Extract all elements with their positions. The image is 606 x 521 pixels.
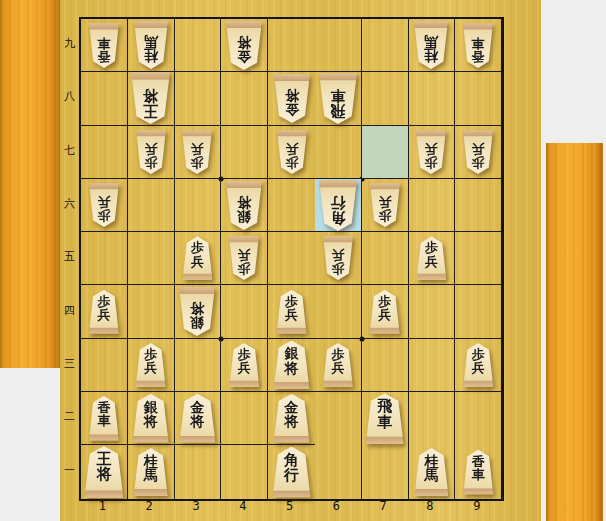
board-square-9七[interactable]: 歩兵 (455, 126, 502, 179)
piece-kanji: 兵 (97, 196, 110, 209)
piece-kanji: 歩 (97, 209, 110, 222)
file-label-7: 7 (360, 499, 407, 513)
board-square-3二[interactable]: 金将 (175, 392, 222, 445)
board-square-3七[interactable]: 歩兵 (175, 126, 222, 179)
shogi-piece-桂馬-8一[interactable]: 桂馬 (414, 448, 448, 496)
piece-kanji: 将 (143, 88, 158, 103)
board-square-4五[interactable]: 歩兵 (221, 232, 268, 285)
board-square-8六[interactable] (409, 179, 456, 232)
file-label-9: 9 (453, 499, 500, 513)
shogi-piece-飛車-6八[interactable]: 飛車 (319, 73, 357, 124)
piece-kanji: 将 (190, 302, 204, 316)
piece-kanji: 歩 (472, 348, 485, 361)
piece-kanji: 桂 (424, 454, 438, 468)
piece-kanji: 馬 (144, 35, 158, 49)
board-square-1六[interactable]: 歩兵 (81, 179, 128, 232)
piece-kanji: 車 (97, 414, 110, 427)
board-square-6一[interactable] (315, 445, 362, 498)
board-square-1四[interactable]: 歩兵 (81, 285, 128, 338)
piece-kanji: 王 (143, 103, 158, 118)
piece-kanji: 歩 (472, 155, 485, 168)
rank-label-一: 一 (61, 443, 78, 496)
board-square-8九[interactable]: 桂馬 (409, 19, 456, 72)
shogi-piece-歩兵-1六[interactable]: 歩兵 (89, 183, 119, 227)
shogi-piece-角行-5一[interactable]: 角行 (273, 447, 311, 498)
piece-kanji: 兵 (472, 142, 485, 155)
shogi-piece-歩兵-2七[interactable]: 歩兵 (136, 130, 166, 174)
rank-label-四: 四 (61, 283, 78, 336)
piece-kanji: 歩 (144, 155, 157, 168)
board-square-4六[interactable]: 銀将 (221, 179, 268, 232)
rank-label-八: 八 (61, 70, 78, 123)
board-square-1一[interactable]: 王将 (81, 445, 128, 498)
shogi-piece-香車-1九[interactable]: 香車 (89, 23, 119, 68)
file-label-4: 4 (219, 499, 266, 513)
board-square-1二[interactable]: 香車 (81, 392, 128, 445)
board-square-5九[interactable] (268, 19, 315, 72)
shogi-piece-桂馬-2九[interactable]: 桂馬 (134, 21, 168, 69)
board-square-4三[interactable]: 歩兵 (221, 339, 268, 392)
shogi-piece-桂馬-2一[interactable]: 桂馬 (134, 448, 168, 496)
shogi-app-window: 九八七六五四三二一 香車桂馬金将桂馬香車王将金将飛車歩兵歩兵歩兵歩兵歩兵歩兵銀将… (0, 0, 606, 521)
board-square-8五[interactable]: 歩兵 (409, 232, 456, 285)
board-square-9一[interactable]: 香車 (455, 445, 502, 498)
rank-label-七: 七 (61, 124, 78, 177)
board-square-8八[interactable] (409, 72, 456, 125)
piece-kanji: 歩 (378, 295, 391, 308)
piece-kanji: 歩 (331, 348, 344, 361)
board-square-4九[interactable]: 金将 (221, 19, 268, 72)
file-label-2: 2 (126, 499, 173, 513)
piece-kanji: 馬 (424, 468, 438, 482)
shogi-piece-香車-1二[interactable]: 香車 (89, 396, 119, 441)
shogi-piece-王将-2八[interactable]: 王将 (131, 72, 170, 124)
board-square-5八[interactable]: 金将 (268, 72, 315, 125)
board-square-2八[interactable]: 王将 (128, 72, 175, 125)
piece-kanji: 車 (472, 36, 485, 49)
board-square-6七[interactable] (315, 126, 362, 179)
rank-label-三: 三 (61, 337, 78, 390)
piece-kanji: 金 (237, 49, 251, 63)
board-square-4一[interactable] (221, 445, 268, 498)
piece-kanji: 兵 (425, 255, 438, 268)
board-square-7八[interactable] (362, 72, 409, 125)
rank-label-五: 五 (61, 230, 78, 283)
piece-kanji: 兵 (378, 196, 391, 209)
board-square-5七[interactable]: 歩兵 (268, 126, 315, 179)
board-square-6六[interactable]: 角行 (315, 179, 362, 232)
piece-kanji: 兵 (378, 308, 391, 321)
board-square-2一[interactable]: 桂馬 (128, 445, 175, 498)
board-square-8七[interactable]: 歩兵 (409, 126, 456, 179)
board-square-1八[interactable] (81, 72, 128, 125)
board-square-7四[interactable]: 歩兵 (362, 285, 409, 338)
piece-kanji: 将 (237, 195, 251, 209)
board-square-5五[interactable] (268, 232, 315, 285)
piece-kanji: 金 (190, 400, 204, 414)
file-label-6: 6 (313, 499, 360, 513)
board-square-8三[interactable] (409, 339, 456, 392)
shogi-piece-歩兵-9三[interactable]: 歩兵 (463, 343, 493, 387)
shogi-piece-歩兵-4五[interactable]: 歩兵 (229, 236, 259, 280)
piece-kanji: 歩 (238, 348, 251, 361)
board-square-9六[interactable] (455, 179, 502, 232)
shogi-piece-歩兵-3七[interactable]: 歩兵 (182, 130, 212, 174)
piece-kanji: 銀 (285, 346, 299, 360)
board-square-5三[interactable]: 銀将 (268, 339, 315, 392)
file-label-3: 3 (173, 499, 220, 513)
shogi-piece-王将-1一[interactable]: 王将 (84, 446, 123, 498)
piece-kanji: 香 (97, 401, 110, 414)
board-square-9二[interactable] (455, 392, 502, 445)
shogi-piece-歩兵-5七[interactable]: 歩兵 (277, 130, 307, 174)
board-square-3一[interactable] (175, 445, 222, 498)
board-square-3五[interactable]: 歩兵 (175, 232, 222, 285)
rank-label-九: 九 (61, 17, 78, 70)
piece-kanji: 兵 (191, 255, 204, 268)
board-square-7一[interactable] (362, 445, 409, 498)
shogi-piece-金将-5八[interactable]: 金将 (274, 74, 310, 123)
board-square-4二[interactable] (221, 392, 268, 445)
board-square-7六[interactable]: 歩兵 (362, 179, 409, 232)
piece-kanji: 兵 (425, 142, 438, 155)
piece-kanji: 桂 (424, 49, 438, 63)
shogi-piece-香車-9九[interactable]: 香車 (463, 23, 493, 68)
captured-pieces-tray-top-player (0, 0, 60, 368)
file-label-1: 1 (79, 499, 126, 513)
file-labels: 123456789 (79, 499, 500, 513)
piece-kanji: 将 (285, 361, 299, 375)
shogi-piece-銀将-5三[interactable]: 銀将 (274, 340, 310, 389)
piece-kanji: 香 (97, 49, 110, 62)
piece-kanji: 歩 (425, 155, 438, 168)
board-square-3八[interactable] (175, 72, 222, 125)
shogi-piece-角行-6六[interactable]: 角行 (319, 180, 357, 231)
board-square-2四[interactable] (128, 285, 175, 338)
rank-label-二: 二 (61, 390, 78, 443)
board-square-7二[interactable]: 飛車 (362, 392, 409, 445)
board-square-3六[interactable] (175, 179, 222, 232)
piece-kanji: 桂 (144, 49, 158, 63)
board-square-4八[interactable] (221, 72, 268, 125)
shogi-piece-金将-4九[interactable]: 金将 (226, 21, 262, 70)
piece-kanji: 将 (190, 414, 204, 428)
board-square-1三[interactable] (81, 339, 128, 392)
shogi-piece-銀将-4六[interactable]: 銀将 (226, 181, 262, 230)
shogi-piece-歩兵-5四[interactable]: 歩兵 (277, 290, 307, 334)
shogi-piece-飛車-7二[interactable]: 飛車 (366, 393, 404, 444)
shogi-board-grid: 香車桂馬金将桂馬香車王将金将飛車歩兵歩兵歩兵歩兵歩兵歩兵銀将角行歩兵歩兵歩兵歩兵… (79, 17, 504, 501)
board-square-7五[interactable] (362, 232, 409, 285)
file-label-8: 8 (407, 499, 454, 513)
piece-kanji: 兵 (144, 142, 157, 155)
shogi-piece-香車-9一[interactable]: 香車 (463, 450, 493, 495)
piece-kanji: 将 (285, 88, 299, 102)
shogi-piece-金将-5二[interactable]: 金将 (274, 394, 310, 443)
board-square-6九[interactable] (315, 19, 362, 72)
file-label-5: 5 (266, 499, 313, 513)
board-square-1七[interactable] (81, 126, 128, 179)
piece-kanji: 車 (97, 36, 110, 49)
board-square-5四[interactable]: 歩兵 (268, 285, 315, 338)
piece-kanji: 香 (472, 455, 485, 468)
piece-kanji: 兵 (238, 249, 251, 262)
shogi-piece-歩兵-9七[interactable]: 歩兵 (463, 130, 493, 174)
piece-kanji: 歩 (378, 209, 391, 222)
board-square-8二[interactable] (409, 392, 456, 445)
board-square-9四[interactable] (455, 285, 502, 338)
piece-kanji: 金 (285, 400, 299, 414)
board-square-6二[interactable] (315, 392, 362, 445)
shogi-piece-歩兵-7四[interactable]: 歩兵 (370, 290, 400, 334)
piece-kanji: 飛 (330, 103, 345, 118)
board-square-5二[interactable]: 金将 (268, 392, 315, 445)
piece-kanji: 兵 (97, 308, 110, 321)
piece-kanji: 兵 (238, 361, 251, 374)
shogi-piece-銀将-2二[interactable]: 銀将 (133, 394, 169, 443)
piece-kanji: 車 (377, 415, 392, 430)
piece-kanji: 将 (237, 35, 251, 49)
piece-kanji: 兵 (285, 142, 298, 155)
piece-kanji: 歩 (285, 295, 298, 308)
shogi-piece-銀将-3四[interactable]: 銀将 (179, 287, 215, 336)
piece-kanji: 兵 (472, 361, 485, 374)
piece-kanji: 桂 (144, 454, 158, 468)
board-square-4四[interactable] (221, 285, 268, 338)
board-square-2七[interactable]: 歩兵 (128, 126, 175, 179)
shogi-piece-歩兵-6三[interactable]: 歩兵 (323, 343, 353, 387)
board-square-9五[interactable] (455, 232, 502, 285)
board-square-9三[interactable]: 歩兵 (455, 339, 502, 392)
shogi-piece-歩兵-3五[interactable]: 歩兵 (182, 236, 212, 280)
piece-kanji: 車 (472, 468, 485, 481)
board-square-9九[interactable]: 香車 (455, 19, 502, 72)
piece-kanji: 兵 (331, 361, 344, 374)
piece-kanji: 歩 (97, 295, 110, 308)
piece-kanji: 歩 (191, 155, 204, 168)
board-square-2五[interactable] (128, 232, 175, 285)
shogi-piece-歩兵-8五[interactable]: 歩兵 (416, 236, 446, 280)
piece-kanji: 将 (144, 414, 158, 428)
piece-kanji: 馬 (424, 35, 438, 49)
shogi-piece-桂馬-8九[interactable]: 桂馬 (414, 21, 448, 69)
shogi-piece-歩兵-1四[interactable]: 歩兵 (89, 290, 119, 334)
piece-kanji: 兵 (144, 361, 157, 374)
board-square-6五[interactable]: 歩兵 (315, 232, 362, 285)
shogi-piece-歩兵-4三[interactable]: 歩兵 (229, 343, 259, 387)
piece-kanji: 歩 (238, 262, 251, 275)
board-square-3三[interactable] (175, 339, 222, 392)
shogi-piece-歩兵-7六[interactable]: 歩兵 (370, 183, 400, 227)
piece-kanji: 銀 (144, 400, 158, 414)
board-square-7七[interactable] (362, 126, 409, 179)
piece-kanji: 将 (285, 414, 299, 428)
board-square-4七[interactable] (221, 126, 268, 179)
piece-kanji: 金 (285, 103, 299, 117)
piece-kanji: 馬 (144, 468, 158, 482)
board-square-8四[interactable] (409, 285, 456, 338)
rank-labels: 九八七六五四三二一 (61, 17, 78, 497)
piece-kanji: 兵 (191, 142, 204, 155)
piece-kanji: 行 (284, 468, 299, 483)
board-square-1五[interactable] (81, 232, 128, 285)
rank-label-六: 六 (61, 177, 78, 230)
board-square-7三[interactable] (362, 339, 409, 392)
board-square-2六[interactable] (128, 179, 175, 232)
board-square-3四[interactable]: 銀将 (175, 285, 222, 338)
piece-kanji: 香 (472, 49, 485, 62)
piece-kanji: 車 (330, 87, 345, 102)
captured-pieces-tray-bottom-player (546, 143, 603, 521)
piece-kanji: 将 (96, 467, 111, 482)
board-square-9八[interactable] (455, 72, 502, 125)
board-square-6四[interactable] (315, 285, 362, 338)
shogi-piece-歩兵-6五[interactable]: 歩兵 (323, 236, 353, 280)
board-square-2三[interactable]: 歩兵 (128, 339, 175, 392)
board-square-2九[interactable]: 桂馬 (128, 19, 175, 72)
piece-kanji: 銀 (237, 209, 251, 223)
board-square-1九[interactable]: 香車 (81, 19, 128, 72)
board-square-8一[interactable]: 桂馬 (409, 445, 456, 498)
board-square-2二[interactable]: 銀将 (128, 392, 175, 445)
board-square-5一[interactable]: 角行 (268, 445, 315, 498)
piece-kanji: 歩 (191, 241, 204, 254)
piece-kanji: 兵 (331, 249, 344, 262)
piece-kanji: 歩 (331, 262, 344, 275)
shogi-piece-歩兵-8七[interactable]: 歩兵 (416, 130, 446, 174)
board-square-6三[interactable]: 歩兵 (315, 339, 362, 392)
piece-kanji: 歩 (285, 155, 298, 168)
piece-kanji: 歩 (425, 241, 438, 254)
piece-kanji: 銀 (190, 316, 204, 330)
piece-kanji: 行 (330, 194, 345, 209)
shogi-piece-金将-3二[interactable]: 金将 (179, 394, 215, 443)
piece-kanji: 歩 (144, 348, 157, 361)
board-square-3九[interactable] (175, 19, 222, 72)
board-square-7九[interactable] (362, 19, 409, 72)
board-square-5六[interactable] (268, 179, 315, 232)
piece-kanji: 兵 (285, 308, 298, 321)
shogi-piece-歩兵-2三[interactable]: 歩兵 (136, 343, 166, 387)
board-square-6八[interactable]: 飛車 (315, 72, 362, 125)
